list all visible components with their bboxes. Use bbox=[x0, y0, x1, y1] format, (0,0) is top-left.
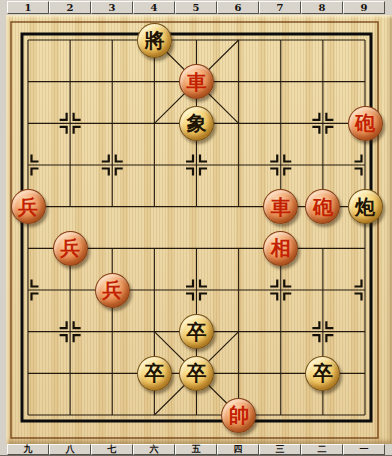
file-label: 四 bbox=[217, 444, 259, 455]
piece-red-elephant[interactable]: 相 bbox=[263, 231, 298, 266]
file-label: 6 bbox=[217, 1, 259, 14]
file-label: 三 bbox=[259, 444, 301, 455]
piece-red-cannon[interactable]: 砲 bbox=[348, 106, 383, 141]
piece-red-chariot[interactable]: 車 bbox=[179, 64, 214, 99]
bottom-file-labels: 九八七六五四三二一 bbox=[7, 444, 385, 455]
piece-black-soldier[interactable]: 卒 bbox=[179, 314, 214, 349]
piece-red-chariot[interactable]: 車 bbox=[263, 189, 298, 224]
file-label: 1 bbox=[7, 1, 49, 14]
file-label: 4 bbox=[133, 1, 175, 14]
file-label: 一 bbox=[343, 444, 385, 455]
file-label: 2 bbox=[49, 1, 91, 14]
file-label: 5 bbox=[175, 1, 217, 14]
piece-red-soldier[interactable]: 兵 bbox=[53, 231, 88, 266]
file-label: 8 bbox=[301, 1, 343, 14]
file-label: 六 bbox=[133, 444, 175, 455]
piece-black-cannon[interactable]: 炮 bbox=[348, 189, 383, 224]
xiangqi-app: 123456789 將車象砲兵車砲炮兵相兵卒卒卒卒帥 九八七六五四三二一 bbox=[0, 0, 392, 456]
file-label: 二 bbox=[301, 444, 343, 455]
file-label: 7 bbox=[259, 1, 301, 14]
piece-red-general[interactable]: 帥 bbox=[221, 398, 256, 433]
piece-black-general[interactable]: 將 bbox=[137, 23, 172, 58]
file-label: 3 bbox=[91, 1, 133, 14]
file-label: 九 bbox=[7, 444, 49, 455]
piece-red-soldier[interactable]: 兵 bbox=[95, 273, 130, 308]
piece-red-soldier[interactable]: 兵 bbox=[11, 189, 46, 224]
piece-black-soldier[interactable]: 卒 bbox=[179, 356, 214, 391]
file-label: 9 bbox=[343, 1, 385, 14]
file-label: 七 bbox=[91, 444, 133, 455]
piece-black-elephant[interactable]: 象 bbox=[179, 106, 214, 141]
piece-black-soldier[interactable]: 卒 bbox=[305, 356, 340, 391]
top-file-labels: 123456789 bbox=[7, 1, 385, 14]
board[interactable]: 將車象砲兵車砲炮兵相兵卒卒卒卒帥 bbox=[6, 15, 392, 444]
file-label: 八 bbox=[49, 444, 91, 455]
piece-black-soldier[interactable]: 卒 bbox=[137, 356, 172, 391]
piece-red-cannon[interactable]: 砲 bbox=[305, 189, 340, 224]
file-label: 五 bbox=[175, 444, 217, 455]
